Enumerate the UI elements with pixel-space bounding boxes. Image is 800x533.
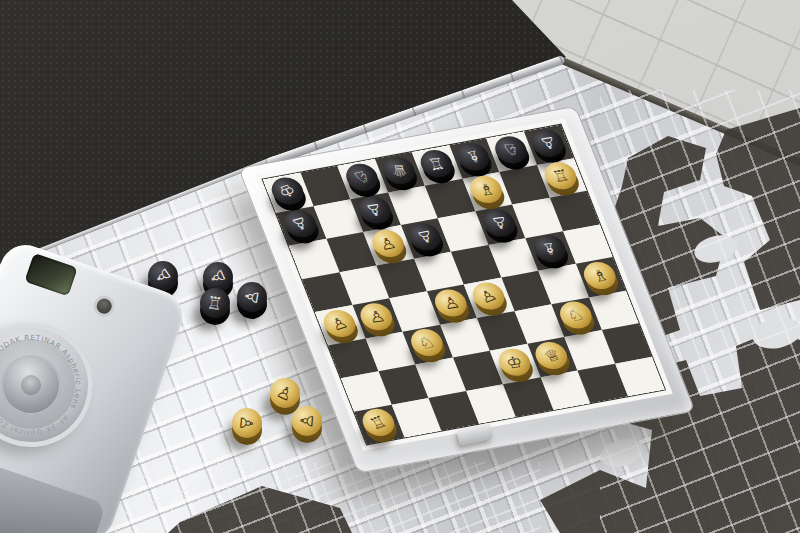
gold-pawn-piece[interactable]: ♙ — [232, 408, 262, 445]
pawn-glyph: ♙ — [232, 408, 262, 438]
pawn-glyph: ♙ — [237, 282, 267, 312]
photo-scene: ♔♘♕♖♗♘♙♙♙♗♖♙♙♙♗♙♙♙♙♗♘♘♔♕♖ ♙♙♖♙♙♙♙ KODAK … — [0, 0, 800, 533]
black-pawn-piece[interactable]: ♙ — [237, 282, 267, 319]
pawn-glyph: ♙ — [292, 406, 322, 436]
gold-pawn-piece[interactable]: ♙ — [292, 406, 322, 443]
pawn-glyph: ♙ — [270, 378, 300, 408]
